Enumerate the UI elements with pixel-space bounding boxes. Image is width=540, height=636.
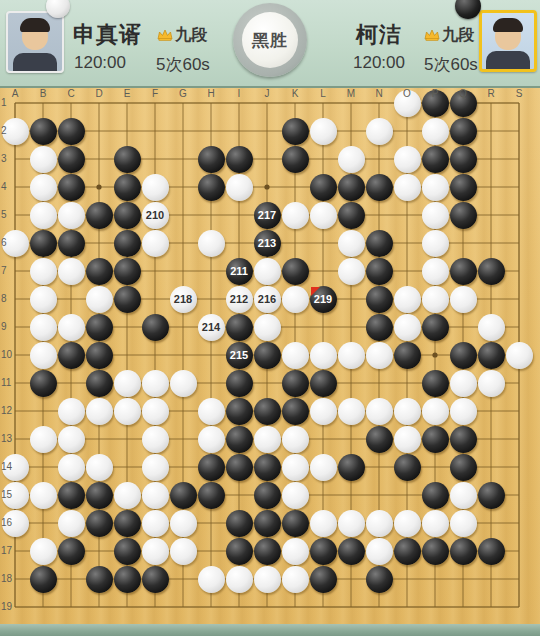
stone-P17 bbox=[422, 538, 449, 565]
stone-G11 bbox=[170, 370, 197, 397]
stone-D8 bbox=[86, 286, 113, 313]
stone-K2 bbox=[282, 118, 309, 145]
stone-C5 bbox=[58, 202, 85, 229]
stone-Q14 bbox=[450, 454, 477, 481]
stone-I12 bbox=[226, 398, 253, 425]
stone-K17 bbox=[282, 538, 309, 565]
stone-K3 bbox=[282, 146, 309, 173]
stone-I10-move-215: 215 bbox=[226, 342, 253, 369]
stone-N2 bbox=[366, 118, 393, 145]
stone-C9 bbox=[58, 314, 85, 341]
stone-I17 bbox=[226, 538, 253, 565]
stone-Q12 bbox=[450, 398, 477, 425]
stone-C16 bbox=[58, 510, 85, 537]
stone-C17 bbox=[58, 538, 85, 565]
stone-L4 bbox=[310, 174, 337, 201]
right-player-avatar[interactable] bbox=[479, 10, 537, 72]
col-label-O: O bbox=[399, 88, 415, 99]
stone-J14 bbox=[254, 454, 281, 481]
stone-P5 bbox=[422, 202, 449, 229]
stone-J8-move-216: 216 bbox=[254, 286, 281, 313]
stone-R10 bbox=[478, 342, 505, 369]
stone-J6-move-213: 213 bbox=[254, 230, 281, 257]
stone-G15 bbox=[170, 482, 197, 509]
stone-Q2 bbox=[450, 118, 477, 145]
col-label-R: R bbox=[483, 88, 499, 99]
stone-L16 bbox=[310, 510, 337, 537]
stone-J10 bbox=[254, 342, 281, 369]
stone-R11 bbox=[478, 370, 505, 397]
stone-C4 bbox=[58, 174, 85, 201]
stone-B4 bbox=[30, 174, 57, 201]
stone-E15 bbox=[114, 482, 141, 509]
right-player-byoyomi: 5次60s bbox=[424, 53, 478, 76]
row-label-19: 19 bbox=[1, 601, 13, 612]
crown-icon bbox=[424, 29, 440, 41]
col-label-S: S bbox=[511, 88, 527, 99]
stone-B15 bbox=[30, 482, 57, 509]
stone-L12 bbox=[310, 398, 337, 425]
col-label-K: K bbox=[287, 88, 303, 99]
left-avatar-hair bbox=[20, 18, 50, 32]
stone-R17 bbox=[478, 538, 505, 565]
stone-F6 bbox=[142, 230, 169, 257]
stone-E3 bbox=[114, 146, 141, 173]
stone-L18 bbox=[310, 566, 337, 593]
stone-H4 bbox=[198, 174, 225, 201]
stone-Q3 bbox=[450, 146, 477, 173]
stone-H14 bbox=[198, 454, 225, 481]
stone-Q13 bbox=[450, 426, 477, 453]
stone-P8 bbox=[422, 286, 449, 313]
stone-L10 bbox=[310, 342, 337, 369]
stone-L11 bbox=[310, 370, 337, 397]
stone-I7-move-211: 211 bbox=[226, 258, 253, 285]
stone-F13 bbox=[142, 426, 169, 453]
stone-F11 bbox=[142, 370, 169, 397]
stone-D12 bbox=[86, 398, 113, 425]
right-player-name: 柯洁 bbox=[356, 20, 402, 50]
row-label-6: 6 bbox=[1, 237, 13, 248]
stone-Q8 bbox=[450, 286, 477, 313]
stone-P12 bbox=[422, 398, 449, 425]
game-result-badge: 黑胜 bbox=[233, 3, 307, 77]
last-move-marker-icon bbox=[311, 287, 320, 296]
stone-C12 bbox=[58, 398, 85, 425]
stone-N8 bbox=[366, 286, 393, 313]
row-label-14: 14 bbox=[1, 461, 13, 472]
stone-C3 bbox=[58, 146, 85, 173]
stone-M5 bbox=[338, 202, 365, 229]
stone-E18 bbox=[114, 566, 141, 593]
stone-I9 bbox=[226, 314, 253, 341]
stone-C15 bbox=[58, 482, 85, 509]
stone-D7 bbox=[86, 258, 113, 285]
stone-M3 bbox=[338, 146, 365, 173]
stone-M10 bbox=[338, 342, 365, 369]
left-player-name: 申真谞 bbox=[73, 20, 142, 50]
stone-Q11 bbox=[450, 370, 477, 397]
stone-D9 bbox=[86, 314, 113, 341]
stone-M17 bbox=[338, 538, 365, 565]
stone-N9 bbox=[366, 314, 393, 341]
stone-I13 bbox=[226, 426, 253, 453]
stone-E16 bbox=[114, 510, 141, 537]
stone-E17 bbox=[114, 538, 141, 565]
stone-L2 bbox=[310, 118, 337, 145]
stone-J13 bbox=[254, 426, 281, 453]
stone-O13 bbox=[394, 426, 421, 453]
row-label-8: 8 bbox=[1, 293, 13, 304]
stone-P9 bbox=[422, 314, 449, 341]
stone-N16 bbox=[366, 510, 393, 537]
right-avatar-body bbox=[486, 51, 530, 72]
right-rank-label: 九段 bbox=[442, 26, 474, 43]
go-app-window: 申真谞 九段 120:00 5次60s 黑胜 柯洁 九段 120:00 5次60… bbox=[0, 0, 540, 636]
stone-P11 bbox=[422, 370, 449, 397]
stone-B8 bbox=[30, 286, 57, 313]
stone-E11 bbox=[114, 370, 141, 397]
stone-M7 bbox=[338, 258, 365, 285]
col-label-B: B bbox=[35, 88, 51, 99]
row-label-12: 12 bbox=[1, 405, 13, 416]
stone-H13 bbox=[198, 426, 225, 453]
stone-B9 bbox=[30, 314, 57, 341]
stone-L8-move-219: 219 bbox=[310, 286, 337, 313]
row-label-1: 1 bbox=[1, 97, 13, 108]
stone-H9-move-214: 214 bbox=[198, 314, 225, 341]
col-label-J: J bbox=[259, 88, 275, 99]
stone-F16 bbox=[142, 510, 169, 537]
stone-M12 bbox=[338, 398, 365, 425]
stone-F4 bbox=[142, 174, 169, 201]
stone-D5 bbox=[86, 202, 113, 229]
col-label-C: C bbox=[63, 88, 79, 99]
stone-Q17 bbox=[450, 538, 477, 565]
left-player-avatar[interactable] bbox=[6, 11, 64, 73]
stone-P6 bbox=[422, 230, 449, 257]
row-label-4: 4 bbox=[1, 181, 13, 192]
stone-O9 bbox=[394, 314, 421, 341]
stone-B17 bbox=[30, 538, 57, 565]
stone-L14 bbox=[310, 454, 337, 481]
stone-D10 bbox=[86, 342, 113, 369]
left-player-main-time: 120:00 bbox=[74, 53, 126, 73]
stone-K14 bbox=[282, 454, 309, 481]
col-label-N: N bbox=[371, 88, 387, 99]
bottom-decor-strip bbox=[0, 624, 540, 636]
stone-F12 bbox=[142, 398, 169, 425]
stone-K18 bbox=[282, 566, 309, 593]
stone-D14 bbox=[86, 454, 113, 481]
white-stone-color-icon bbox=[46, 0, 70, 18]
go-board[interactable]: 210217213211218212216219214215 ABCDEFGHI… bbox=[0, 88, 540, 624]
col-label-G: G bbox=[175, 88, 191, 99]
stone-O4 bbox=[394, 174, 421, 201]
stone-B10 bbox=[30, 342, 57, 369]
stone-P16 bbox=[422, 510, 449, 537]
game-header: 申真谞 九段 120:00 5次60s 黑胜 柯洁 九段 120:00 5次60… bbox=[0, 0, 540, 88]
stone-I18 bbox=[226, 566, 253, 593]
stone-B2 bbox=[30, 118, 57, 145]
col-label-I: I bbox=[231, 88, 247, 99]
stone-F9 bbox=[142, 314, 169, 341]
stone-B7 bbox=[30, 258, 57, 285]
stone-E6 bbox=[114, 230, 141, 257]
left-player-byoyomi: 5次60s bbox=[156, 53, 210, 76]
stone-B11 bbox=[30, 370, 57, 397]
black-stone-color-icon bbox=[455, 0, 481, 19]
stone-O14 bbox=[394, 454, 421, 481]
stone-H3 bbox=[198, 146, 225, 173]
stone-D16 bbox=[86, 510, 113, 537]
stone-K8 bbox=[282, 286, 309, 313]
stone-Q16 bbox=[450, 510, 477, 537]
stone-H15 bbox=[198, 482, 225, 509]
stone-K5 bbox=[282, 202, 309, 229]
stone-R15 bbox=[478, 482, 505, 509]
stone-O16 bbox=[394, 510, 421, 537]
stone-P4 bbox=[422, 174, 449, 201]
stone-K15 bbox=[282, 482, 309, 509]
stone-I14 bbox=[226, 454, 253, 481]
right-player-rank: 九段 bbox=[424, 25, 474, 46]
stone-N6 bbox=[366, 230, 393, 257]
stone-H12 bbox=[198, 398, 225, 425]
stone-Q15 bbox=[450, 482, 477, 509]
stone-K11 bbox=[282, 370, 309, 397]
col-label-D: D bbox=[91, 88, 107, 99]
stone-P13 bbox=[422, 426, 449, 453]
right-avatar-hair bbox=[493, 18, 523, 32]
stone-Q10 bbox=[450, 342, 477, 369]
left-player-rank: 九段 bbox=[157, 25, 207, 46]
stone-B13 bbox=[30, 426, 57, 453]
stone-N18 bbox=[366, 566, 393, 593]
row-label-7: 7 bbox=[1, 265, 13, 276]
col-label-H: H bbox=[203, 88, 219, 99]
stone-B18 bbox=[30, 566, 57, 593]
stone-J18 bbox=[254, 566, 281, 593]
stone-K7 bbox=[282, 258, 309, 285]
stone-R9 bbox=[478, 314, 505, 341]
stone-B6 bbox=[30, 230, 57, 257]
stone-C10 bbox=[58, 342, 85, 369]
row-label-13: 13 bbox=[1, 433, 13, 444]
stone-O3 bbox=[394, 146, 421, 173]
col-label-E: E bbox=[119, 88, 135, 99]
stone-P7 bbox=[422, 258, 449, 285]
stone-I8-move-212: 212 bbox=[226, 286, 253, 313]
stone-I3 bbox=[226, 146, 253, 173]
stone-N7 bbox=[366, 258, 393, 285]
stone-H6 bbox=[198, 230, 225, 257]
stone-J12 bbox=[254, 398, 281, 425]
stone-G8-move-218: 218 bbox=[170, 286, 197, 313]
stone-D11 bbox=[86, 370, 113, 397]
stone-O10 bbox=[394, 342, 421, 369]
stone-E8 bbox=[114, 286, 141, 313]
stone-C13 bbox=[58, 426, 85, 453]
stone-L5 bbox=[310, 202, 337, 229]
row-label-3: 3 bbox=[1, 153, 13, 164]
stone-F17 bbox=[142, 538, 169, 565]
stone-C7 bbox=[58, 258, 85, 285]
stone-O17 bbox=[394, 538, 421, 565]
stone-P3 bbox=[422, 146, 449, 173]
stone-D15 bbox=[86, 482, 113, 509]
stone-P15 bbox=[422, 482, 449, 509]
stone-I16 bbox=[226, 510, 253, 537]
stone-E5 bbox=[114, 202, 141, 229]
stone-Q7 bbox=[450, 258, 477, 285]
col-label-L: L bbox=[315, 88, 331, 99]
stone-N12 bbox=[366, 398, 393, 425]
stone-C14 bbox=[58, 454, 85, 481]
stone-I11 bbox=[226, 370, 253, 397]
stone-B3 bbox=[30, 146, 57, 173]
stone-M6 bbox=[338, 230, 365, 257]
stone-N4 bbox=[366, 174, 393, 201]
stone-G17 bbox=[170, 538, 197, 565]
stone-J15 bbox=[254, 482, 281, 509]
stone-K13 bbox=[282, 426, 309, 453]
stone-I4 bbox=[226, 174, 253, 201]
row-label-5: 5 bbox=[1, 209, 13, 220]
stone-E7 bbox=[114, 258, 141, 285]
col-label-F: F bbox=[147, 88, 163, 99]
stone-P2 bbox=[422, 118, 449, 145]
stone-M4 bbox=[338, 174, 365, 201]
result-badge-text: 黑胜 bbox=[242, 12, 298, 68]
stone-K16 bbox=[282, 510, 309, 537]
stone-G16 bbox=[170, 510, 197, 537]
stone-K12 bbox=[282, 398, 309, 425]
stone-R7 bbox=[478, 258, 505, 285]
stone-N10 bbox=[366, 342, 393, 369]
row-label-17: 17 bbox=[1, 545, 13, 556]
stone-N13 bbox=[366, 426, 393, 453]
stone-E4 bbox=[114, 174, 141, 201]
stone-E12 bbox=[114, 398, 141, 425]
row-label-18: 18 bbox=[1, 573, 13, 584]
crown-icon bbox=[157, 29, 173, 41]
stone-O12 bbox=[394, 398, 421, 425]
left-avatar-body bbox=[13, 53, 57, 73]
row-label-11: 11 bbox=[1, 377, 13, 388]
stone-S10 bbox=[506, 342, 533, 369]
stone-N17 bbox=[366, 538, 393, 565]
stone-B5 bbox=[30, 202, 57, 229]
stone-F14 bbox=[142, 454, 169, 481]
stone-J16 bbox=[254, 510, 281, 537]
stone-Q5 bbox=[450, 202, 477, 229]
row-label-15: 15 bbox=[1, 489, 13, 500]
row-label-9: 9 bbox=[1, 321, 13, 332]
stone-J17 bbox=[254, 538, 281, 565]
stone-D18 bbox=[86, 566, 113, 593]
col-label-P: P bbox=[427, 88, 443, 99]
col-label-M: M bbox=[343, 88, 359, 99]
stone-L17 bbox=[310, 538, 337, 565]
stone-H18 bbox=[198, 566, 225, 593]
col-label-Q: Q bbox=[455, 88, 471, 99]
stone-F5-move-210: 210 bbox=[142, 202, 169, 229]
right-player-main-time: 120:00 bbox=[353, 53, 405, 73]
stone-J9 bbox=[254, 314, 281, 341]
row-label-2: 2 bbox=[1, 125, 13, 136]
stone-J7 bbox=[254, 258, 281, 285]
stone-C6 bbox=[58, 230, 85, 257]
row-label-16: 16 bbox=[1, 517, 13, 528]
stone-F18 bbox=[142, 566, 169, 593]
stone-Q4 bbox=[450, 174, 477, 201]
stone-O8 bbox=[394, 286, 421, 313]
stone-M16 bbox=[338, 510, 365, 537]
stone-F15 bbox=[142, 482, 169, 509]
stone-M14 bbox=[338, 454, 365, 481]
row-label-10: 10 bbox=[1, 349, 13, 360]
stone-J5-move-217: 217 bbox=[254, 202, 281, 229]
stone-K10 bbox=[282, 342, 309, 369]
stone-C2 bbox=[58, 118, 85, 145]
left-rank-label: 九段 bbox=[175, 26, 207, 43]
